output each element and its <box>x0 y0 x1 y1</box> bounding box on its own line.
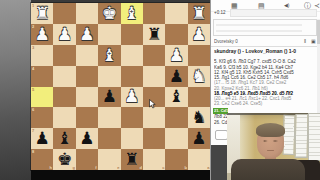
stream-frame: ♜1♚♝♜♟2♟♟♜♟3♝♟4♟♞5♟♟♝6♞♟7♝♟♟8h♚gfe♜dcba … <box>0 0 320 180</box>
square-e5[interactable]: ♟ <box>98 87 120 108</box>
square-e3[interactable]: ♝ <box>98 45 120 66</box>
square-a2[interactable]: ♟ <box>188 24 210 45</box>
evaluation-value: +0.12 <box>214 10 225 15</box>
square-g7[interactable]: ♝ <box>53 128 75 149</box>
white-pawn-b3[interactable]: ♟ <box>169 47 184 64</box>
square-d4[interactable] <box>121 66 143 87</box>
streamer-torso <box>231 159 305 180</box>
square-f5[interactable] <box>76 87 98 108</box>
square-c6[interactable] <box>143 107 165 128</box>
square-g4[interactable] <box>53 66 75 87</box>
square-b1[interactable] <box>165 3 187 24</box>
square-c7[interactable] <box>143 128 165 149</box>
square-e4[interactable] <box>98 66 120 87</box>
board-icon[interactable]: ▤ <box>258 2 265 9</box>
engine-lines-box <box>213 19 317 36</box>
square-a3[interactable] <box>188 45 210 66</box>
info-icon[interactable]: ⓘ <box>304 2 311 9</box>
black-pawn-h7[interactable]: ♟ <box>35 130 50 147</box>
square-f3[interactable] <box>76 45 98 66</box>
black-rook-d8[interactable]: ♜ <box>124 151 139 168</box>
square-h4[interactable]: 4 <box>31 66 53 87</box>
square-g8[interactable]: ♚g <box>53 149 75 170</box>
square-g1[interactable] <box>53 3 75 24</box>
rank-label: 8 <box>32 150 34 154</box>
engine-line <box>216 30 302 32</box>
white-pawn-f2[interactable]: ♟ <box>79 26 94 43</box>
mouse-cursor <box>149 99 157 109</box>
wall-calendar <box>295 114 309 158</box>
square-d6[interactable] <box>121 107 143 128</box>
white-pawn-h2[interactable]: ♟ <box>35 26 50 43</box>
stop-icon[interactable]: ▣ <box>311 38 316 45</box>
rank-label: 5 <box>32 88 34 92</box>
wall-calendar <box>282 115 295 155</box>
square-g6[interactable] <box>53 107 75 128</box>
square-h3[interactable]: 3 <box>31 45 53 66</box>
square-d3[interactable] <box>121 45 143 66</box>
square-f7[interactable]: ♟ <box>76 128 98 149</box>
rank-label: 3 <box>32 46 34 50</box>
engine-line <box>216 24 302 26</box>
square-a5[interactable] <box>188 87 210 108</box>
black-rook-c2[interactable]: ♜ <box>146 26 161 43</box>
square-c2[interactable]: ♜ <box>143 24 165 45</box>
black-pawn-a7[interactable]: ♟ <box>191 130 206 147</box>
square-b2[interactable] <box>165 24 187 45</box>
white-rook-h1[interactable]: ♜ <box>35 5 50 22</box>
square-h5[interactable]: 5 <box>31 87 53 108</box>
square-g5[interactable] <box>53 87 75 108</box>
square-g3[interactable] <box>53 45 75 66</box>
left-background-strip <box>0 0 31 180</box>
speaker-icon[interactable]: ◀) <box>284 2 290 9</box>
pause-icon[interactable]: ‖ <box>304 38 306 45</box>
square-c4[interactable] <box>143 66 165 87</box>
square-a8[interactable]: a <box>188 149 210 170</box>
square-e2[interactable] <box>98 24 120 45</box>
white-pawn-g2[interactable]: ♟ <box>57 26 72 43</box>
square-h6[interactable]: 6 <box>31 107 53 128</box>
square-a4[interactable]: ♞ <box>188 66 210 87</box>
move-line[interactable]: 23. Ce2 Cxe6 24. Cxe5) <box>214 101 319 106</box>
square-b6[interactable] <box>165 107 187 128</box>
rank-label: 2 <box>32 25 34 29</box>
streamer-hair <box>256 123 285 137</box>
square-f1[interactable] <box>76 3 98 24</box>
square-g2[interactable]: ♟ <box>53 24 75 45</box>
square-h8[interactable]: 8h <box>31 149 53 170</box>
square-e6[interactable] <box>98 107 120 128</box>
white-pawn-d5[interactable]: ♟ <box>124 88 139 105</box>
white-knight-a4[interactable]: ♞ <box>191 68 206 85</box>
square-a7[interactable]: ♟ <box>188 128 210 149</box>
wall-calendar <box>308 113 320 161</box>
white-pawn-a2[interactable]: ♟ <box>191 26 206 43</box>
square-e7[interactable] <box>98 128 120 149</box>
black-bishop-g7[interactable]: ♝ <box>57 130 72 147</box>
pieces-icon[interactable]: ▦ <box>231 2 238 9</box>
square-d8[interactable]: ♜d <box>121 149 143 170</box>
square-b3[interactable]: ♟ <box>165 45 187 66</box>
white-rook-a1[interactable]: ♜ <box>191 5 206 22</box>
tab-label[interactable]: Dvoretsky 0 <box>214 39 238 44</box>
square-b4[interactable]: ♟ <box>165 66 187 87</box>
square-c8[interactable]: c <box>143 149 165 170</box>
black-king-g8[interactable]: ♚ <box>57 151 72 168</box>
square-a1[interactable]: ♜ <box>188 3 210 24</box>
square-c3[interactable] <box>143 45 165 66</box>
rank-label: 6 <box>32 108 34 112</box>
square-f6[interactable] <box>76 107 98 128</box>
share-icon[interactable]: ≺ <box>314 2 320 9</box>
square-h2[interactable]: ♟2 <box>31 24 53 45</box>
streamer-eyes <box>263 140 279 142</box>
square-f2[interactable]: ♟ <box>76 24 98 45</box>
rank-label: 4 <box>32 67 34 71</box>
square-c1[interactable] <box>143 3 165 24</box>
white-bishop-e3[interactable]: ♝ <box>102 47 117 64</box>
black-pawn-e5[interactable]: ♟ <box>102 88 117 105</box>
square-f8[interactable]: f <box>76 149 98 170</box>
square-d5[interactable]: ♟ <box>121 87 143 108</box>
black-bishop-b5[interactable]: ♝ <box>169 88 184 105</box>
webcam-video <box>227 113 320 180</box>
square-a6[interactable]: ♞ <box>188 107 210 128</box>
black-pawn-b4[interactable]: ♟ <box>169 68 184 85</box>
rank-label: 1 <box>32 4 34 8</box>
move-list[interactable]: 5. Kf3 g6 6. Лb3 Cg7 7. cxd5 O-O 8. Ca2K… <box>214 59 319 106</box>
square-e8[interactable]: e <box>98 149 120 170</box>
white-king-e1[interactable]: ♚ <box>102 5 117 22</box>
black-pawn-f7[interactable]: ♟ <box>79 130 94 147</box>
players-line: skundray () - Lovkov_Roman () 1-0 <box>214 49 296 54</box>
square-e1[interactable]: ♚ <box>98 3 120 24</box>
square-h7[interactable]: ♟7 <box>31 128 53 149</box>
black-knight-a6[interactable]: ♞ <box>191 109 206 126</box>
square-h1[interactable]: ♜1 <box>31 3 53 24</box>
white-bishop-d1[interactable]: ♝ <box>124 5 139 22</box>
square-f4[interactable] <box>76 66 98 87</box>
streamer-mouth <box>267 150 274 151</box>
square-d2[interactable] <box>121 24 143 45</box>
square-b8[interactable]: b <box>165 149 187 170</box>
square-d1[interactable]: ♝ <box>121 3 143 24</box>
square-d7[interactable] <box>121 128 143 149</box>
chess-board[interactable]: ♜1♚♝♜♟2♟♟♜♟3♝♟4♟♞5♟♟♝6♞♟7♝♟♟8h♚gfe♜dcba <box>31 3 210 170</box>
square-b5[interactable]: ♝ <box>165 87 187 108</box>
bottom-black-bar <box>31 170 211 180</box>
rank-label: 7 <box>32 129 34 133</box>
engine-eval-bar <box>230 9 317 17</box>
square-b7[interactable] <box>165 128 187 149</box>
